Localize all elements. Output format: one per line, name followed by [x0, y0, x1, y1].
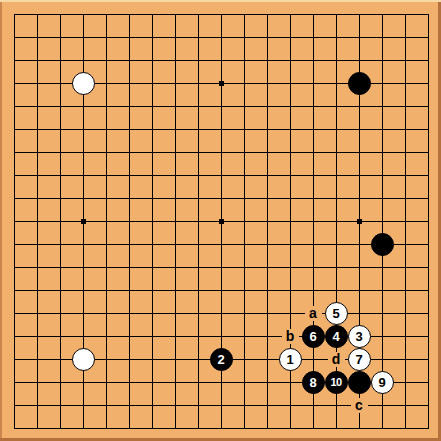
- intersection: [187, 371, 210, 394]
- intersection: [164, 256, 187, 279]
- intersection: [72, 233, 95, 256]
- intersection: [371, 141, 394, 164]
- stone-black-o3: 8: [302, 371, 325, 394]
- intersection: [279, 26, 302, 49]
- intersection: [49, 164, 72, 187]
- intersection: [26, 3, 49, 26]
- intersection: [325, 187, 348, 210]
- intersection: [141, 348, 164, 371]
- intersection: [210, 187, 233, 210]
- intersection: [95, 141, 118, 164]
- intersection: [325, 233, 348, 256]
- intersection: [233, 417, 256, 440]
- stone-white-q4: 7: [348, 348, 371, 371]
- intersection: [95, 210, 118, 233]
- intersection: [187, 164, 210, 187]
- intersection: [72, 164, 95, 187]
- intersection: [371, 3, 394, 26]
- intersection: [49, 141, 72, 164]
- intersection: [394, 49, 417, 72]
- star-point: [219, 219, 224, 224]
- intersection: [371, 233, 394, 256]
- intersection: 3: [348, 325, 371, 348]
- intersection: [141, 256, 164, 279]
- intersection: [210, 279, 233, 302]
- intersection: [95, 394, 118, 417]
- intersection: [164, 187, 187, 210]
- intersection: [95, 95, 118, 118]
- intersection: [210, 72, 233, 95]
- intersection: 9: [371, 371, 394, 394]
- intersection: [394, 210, 417, 233]
- intersection: [72, 371, 95, 394]
- intersection: [348, 210, 371, 233]
- intersection: [118, 210, 141, 233]
- intersection: [72, 72, 95, 95]
- intersection: [187, 348, 210, 371]
- intersection: [3, 3, 26, 26]
- intersection: [371, 325, 394, 348]
- intersection: [233, 348, 256, 371]
- intersection: [118, 141, 141, 164]
- intersection: [118, 49, 141, 72]
- intersection: [233, 72, 256, 95]
- intersection: [233, 95, 256, 118]
- intersection: a: [302, 302, 325, 325]
- intersection: [72, 118, 95, 141]
- intersection: [233, 3, 256, 26]
- intersection: [49, 187, 72, 210]
- intersection: [141, 141, 164, 164]
- intersection: [371, 72, 394, 95]
- intersection: [118, 325, 141, 348]
- intersection: [26, 417, 49, 440]
- intersection: [187, 279, 210, 302]
- intersection: [49, 371, 72, 394]
- intersection: [279, 279, 302, 302]
- intersection: [164, 279, 187, 302]
- intersection: [325, 26, 348, 49]
- intersection: [118, 118, 141, 141]
- intersection: [187, 72, 210, 95]
- intersection: [256, 233, 279, 256]
- intersection: [279, 371, 302, 394]
- intersection: [118, 256, 141, 279]
- intersection: [210, 26, 233, 49]
- intersection: [233, 49, 256, 72]
- intersection: [325, 210, 348, 233]
- label-c: c: [351, 398, 368, 413]
- intersection: [26, 72, 49, 95]
- intersection: [118, 233, 141, 256]
- move-number: 5: [332, 307, 339, 320]
- intersection: [233, 210, 256, 233]
- intersection: [3, 141, 26, 164]
- intersection: [95, 302, 118, 325]
- intersection: [279, 3, 302, 26]
- intersection: [371, 394, 394, 417]
- intersection: [279, 141, 302, 164]
- star-point: [219, 81, 224, 86]
- intersection: [164, 417, 187, 440]
- intersection: [417, 141, 440, 164]
- intersection: [210, 233, 233, 256]
- intersection: [3, 26, 26, 49]
- intersection: [118, 3, 141, 26]
- intersection: [3, 187, 26, 210]
- intersection: [210, 118, 233, 141]
- star-point: [357, 219, 362, 224]
- intersection: [26, 118, 49, 141]
- label-a: a: [305, 306, 322, 321]
- intersection: [164, 72, 187, 95]
- intersection: [417, 95, 440, 118]
- intersection: [49, 417, 72, 440]
- intersection: 4: [325, 325, 348, 348]
- intersection: [164, 95, 187, 118]
- intersection: [325, 49, 348, 72]
- intersection: [187, 3, 210, 26]
- intersection: [417, 49, 440, 72]
- intersection: [95, 187, 118, 210]
- intersection: [302, 49, 325, 72]
- intersection: [394, 3, 417, 26]
- intersection: [72, 394, 95, 417]
- intersection: [187, 95, 210, 118]
- intersection: [141, 118, 164, 141]
- stone-white-n4: 1: [279, 348, 302, 371]
- intersection: [210, 394, 233, 417]
- move-number: 10: [330, 377, 341, 388]
- intersection: [233, 141, 256, 164]
- intersection: [325, 118, 348, 141]
- intersection: [95, 256, 118, 279]
- intersection: [417, 72, 440, 95]
- intersection: [187, 49, 210, 72]
- intersection: [394, 141, 417, 164]
- intersection: [417, 371, 440, 394]
- intersection: [187, 394, 210, 417]
- intersection: [325, 141, 348, 164]
- intersection: [302, 348, 325, 371]
- intersection: [72, 95, 95, 118]
- intersection: [141, 279, 164, 302]
- intersection: [302, 417, 325, 440]
- intersection: [371, 187, 394, 210]
- intersection: [141, 302, 164, 325]
- stone-black-k4: 2: [210, 348, 233, 371]
- intersection: [3, 49, 26, 72]
- intersection: [302, 210, 325, 233]
- intersection: [141, 233, 164, 256]
- intersection: [118, 187, 141, 210]
- intersection: [164, 348, 187, 371]
- intersection: [325, 164, 348, 187]
- intersection: [394, 371, 417, 394]
- intersection: [256, 302, 279, 325]
- intersection: [394, 394, 417, 417]
- intersection: [187, 325, 210, 348]
- intersection: [72, 348, 95, 371]
- intersection: [417, 210, 440, 233]
- intersection: [371, 26, 394, 49]
- intersection: [210, 3, 233, 26]
- intersection: [417, 325, 440, 348]
- intersection: [256, 371, 279, 394]
- intersection: [325, 417, 348, 440]
- stone-black-q16: [348, 72, 371, 95]
- intersection: [233, 279, 256, 302]
- intersection: [118, 95, 141, 118]
- intersection: [187, 302, 210, 325]
- intersection: [210, 417, 233, 440]
- intersection: [256, 279, 279, 302]
- intersection: [302, 394, 325, 417]
- stone-white-d16: [72, 72, 95, 95]
- intersection: 10: [325, 371, 348, 394]
- intersection: [394, 72, 417, 95]
- intersection: [256, 72, 279, 95]
- intersection: [256, 187, 279, 210]
- intersection: [371, 302, 394, 325]
- move-number: 2: [217, 353, 224, 366]
- intersection: [417, 26, 440, 49]
- stone-black-r9: [371, 233, 394, 256]
- move-number: 4: [332, 330, 339, 343]
- intersection: [394, 279, 417, 302]
- stone-white-r3: 9: [371, 371, 394, 394]
- intersection: [118, 371, 141, 394]
- intersection: [95, 279, 118, 302]
- intersection: [302, 233, 325, 256]
- intersection: c: [348, 394, 371, 417]
- intersection: [302, 118, 325, 141]
- intersection: [72, 279, 95, 302]
- intersection: [302, 141, 325, 164]
- intersection: [3, 164, 26, 187]
- intersection: [49, 325, 72, 348]
- intersection: [26, 233, 49, 256]
- intersection: [72, 325, 95, 348]
- intersection: 1: [279, 348, 302, 371]
- intersection: [279, 95, 302, 118]
- intersection: [348, 233, 371, 256]
- intersection: [164, 164, 187, 187]
- intersection: [210, 256, 233, 279]
- intersection: [49, 72, 72, 95]
- intersection: [72, 49, 95, 72]
- intersection: [26, 325, 49, 348]
- intersection: [118, 417, 141, 440]
- move-number: 3: [355, 330, 362, 343]
- intersection: [3, 302, 26, 325]
- intersection: [348, 3, 371, 26]
- intersection: [348, 279, 371, 302]
- intersection: [49, 256, 72, 279]
- intersection: [164, 3, 187, 26]
- intersection: [49, 279, 72, 302]
- intersection: [233, 371, 256, 394]
- intersection: [210, 141, 233, 164]
- intersection: [394, 348, 417, 371]
- intersection: d: [325, 348, 348, 371]
- intersection: [164, 26, 187, 49]
- intersection: [210, 325, 233, 348]
- intersection: [325, 256, 348, 279]
- intersection: [187, 26, 210, 49]
- intersection: [371, 164, 394, 187]
- intersection: [118, 164, 141, 187]
- intersection: [118, 72, 141, 95]
- intersection: [279, 394, 302, 417]
- intersection: [302, 26, 325, 49]
- intersection: [95, 164, 118, 187]
- intersection: [3, 256, 26, 279]
- intersection: [348, 256, 371, 279]
- intersection: [95, 49, 118, 72]
- intersection: [325, 3, 348, 26]
- intersection: [302, 256, 325, 279]
- move-number: 6: [309, 330, 316, 343]
- intersection: [371, 256, 394, 279]
- intersection: [118, 394, 141, 417]
- intersection: [348, 72, 371, 95]
- stone-black-p5: 4: [325, 325, 348, 348]
- intersection: [256, 118, 279, 141]
- intersection: [233, 256, 256, 279]
- intersection: [141, 371, 164, 394]
- intersection: [394, 187, 417, 210]
- intersection: [95, 417, 118, 440]
- intersection: [256, 348, 279, 371]
- move-number: 1: [286, 353, 293, 366]
- intersection: [3, 118, 26, 141]
- intersection: [141, 95, 164, 118]
- intersection: [233, 325, 256, 348]
- intersection: [348, 26, 371, 49]
- intersection: [49, 233, 72, 256]
- intersection: [49, 302, 72, 325]
- intersection: [302, 72, 325, 95]
- intersection: [3, 371, 26, 394]
- intersection: [233, 118, 256, 141]
- intersection: [95, 3, 118, 26]
- intersection: [26, 371, 49, 394]
- intersection: [95, 348, 118, 371]
- intersection: [187, 233, 210, 256]
- intersection: [49, 49, 72, 72]
- intersection: [49, 348, 72, 371]
- intersection: [72, 141, 95, 164]
- intersection: [187, 118, 210, 141]
- star-point: [81, 219, 86, 224]
- intersection: [233, 187, 256, 210]
- intersection: [3, 233, 26, 256]
- intersection: [233, 26, 256, 49]
- intersection: [256, 141, 279, 164]
- move-number: 9: [378, 376, 385, 389]
- intersection: [141, 164, 164, 187]
- intersection: [394, 325, 417, 348]
- intersection: [95, 118, 118, 141]
- intersection: [3, 210, 26, 233]
- intersection: [49, 118, 72, 141]
- intersection: b: [279, 325, 302, 348]
- intersection: [279, 302, 302, 325]
- stone-black-o5: 6: [302, 325, 325, 348]
- intersection: [141, 210, 164, 233]
- intersection: [72, 210, 95, 233]
- intersection: [394, 164, 417, 187]
- intersection: [187, 141, 210, 164]
- intersection: [141, 49, 164, 72]
- intersection: [348, 417, 371, 440]
- intersection: [256, 164, 279, 187]
- intersection: [210, 164, 233, 187]
- intersection: [49, 394, 72, 417]
- intersection: [417, 279, 440, 302]
- intersection: [348, 141, 371, 164]
- intersection: [371, 348, 394, 371]
- intersection: [417, 3, 440, 26]
- intersection: [348, 164, 371, 187]
- intersection: [187, 187, 210, 210]
- intersection: [302, 164, 325, 187]
- intersection: [118, 348, 141, 371]
- intersection: [256, 256, 279, 279]
- intersection: [394, 302, 417, 325]
- intersection: [233, 164, 256, 187]
- intersection: [49, 210, 72, 233]
- intersection: [394, 26, 417, 49]
- intersection: [164, 233, 187, 256]
- intersection: 8: [302, 371, 325, 394]
- intersection: [26, 164, 49, 187]
- intersection: [187, 417, 210, 440]
- label-b: b: [282, 329, 299, 344]
- stone-white-d4: [72, 348, 95, 371]
- stone-white-p6: 5: [325, 302, 348, 325]
- intersection: [233, 233, 256, 256]
- intersection: [26, 26, 49, 49]
- intersection: [417, 164, 440, 187]
- intersection: [279, 417, 302, 440]
- intersection: [3, 348, 26, 371]
- intersection: [256, 49, 279, 72]
- intersection: [394, 417, 417, 440]
- intersection: 6: [302, 325, 325, 348]
- intersection: [26, 348, 49, 371]
- intersection: [417, 256, 440, 279]
- intersection: [417, 348, 440, 371]
- intersection: [141, 417, 164, 440]
- intersection: [325, 72, 348, 95]
- intersection: [371, 49, 394, 72]
- intersection: [187, 210, 210, 233]
- label-d: d: [328, 352, 345, 367]
- intersection: [279, 187, 302, 210]
- move-number: 8: [309, 376, 316, 389]
- intersection: 2: [210, 348, 233, 371]
- intersection: [371, 210, 394, 233]
- intersection: [141, 187, 164, 210]
- intersection: [164, 118, 187, 141]
- intersection: [279, 49, 302, 72]
- intersection: [210, 371, 233, 394]
- intersection: [371, 95, 394, 118]
- intersection: [3, 95, 26, 118]
- intersection: [417, 302, 440, 325]
